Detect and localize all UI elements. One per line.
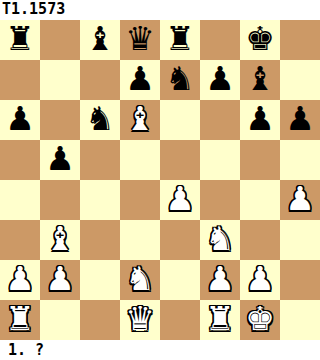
puzzle-title: T1.1573 xyxy=(0,0,320,20)
square-h8[interactable] xyxy=(280,20,320,60)
square-f2[interactable]: ♟ xyxy=(200,260,240,300)
square-c4[interactable] xyxy=(80,180,120,220)
square-d1[interactable]: ♛ xyxy=(120,300,160,340)
square-c8[interactable]: ♝ xyxy=(80,20,120,60)
square-c7[interactable] xyxy=(80,60,120,100)
square-f6[interactable] xyxy=(200,100,240,140)
square-e4[interactable]: ♟ xyxy=(160,180,200,220)
square-f5[interactable] xyxy=(200,140,240,180)
black-knight-c6: ♞ xyxy=(85,99,115,139)
white-pawn-h4: ♟ xyxy=(285,179,315,219)
white-king-g1: ♚ xyxy=(245,299,275,339)
white-rook-a1: ♜ xyxy=(5,299,35,339)
square-h4[interactable]: ♟ xyxy=(280,180,320,220)
chess-board: ♜♝♛♜♚♟♞♟♝♟♞♝♟♟♟♟♟♝♞♟♟♞♟♟♜♛♜♚ xyxy=(0,20,320,340)
square-a6[interactable]: ♟ xyxy=(0,100,40,140)
square-f4[interactable] xyxy=(200,180,240,220)
black-pawn-g6: ♟ xyxy=(245,99,275,139)
square-h3[interactable] xyxy=(280,220,320,260)
square-e7[interactable]: ♞ xyxy=(160,60,200,100)
black-knight-e7: ♞ xyxy=(165,59,195,99)
black-king-g8: ♚ xyxy=(245,19,275,59)
square-f1[interactable]: ♜ xyxy=(200,300,240,340)
square-f3[interactable]: ♞ xyxy=(200,220,240,260)
square-c5[interactable] xyxy=(80,140,120,180)
black-pawn-d7: ♟ xyxy=(125,59,155,99)
square-a5[interactable] xyxy=(0,140,40,180)
white-queen-d1: ♛ xyxy=(125,299,155,339)
square-a7[interactable] xyxy=(0,60,40,100)
square-e6[interactable] xyxy=(160,100,200,140)
puzzle-page: T1.1573 ♜♝♛♜♚♟♞♟♝♟♞♝♟♟♟♟♟♝♞♟♟♞♟♟♜♛♜♚ 1. … xyxy=(0,0,320,360)
black-rook-a8: ♜ xyxy=(5,19,35,59)
square-h6[interactable]: ♟ xyxy=(280,100,320,140)
square-b7[interactable] xyxy=(40,60,80,100)
white-bishop-b3: ♝ xyxy=(45,219,75,259)
square-c2[interactable] xyxy=(80,260,120,300)
square-b1[interactable] xyxy=(40,300,80,340)
square-d7[interactable]: ♟ xyxy=(120,60,160,100)
black-pawn-f7: ♟ xyxy=(205,59,235,99)
square-b8[interactable] xyxy=(40,20,80,60)
black-bishop-g7: ♝ xyxy=(245,59,275,99)
square-e5[interactable] xyxy=(160,140,200,180)
square-e1[interactable] xyxy=(160,300,200,340)
white-pawn-a2: ♟ xyxy=(5,259,35,299)
square-g5[interactable] xyxy=(240,140,280,180)
white-knight-f3: ♞ xyxy=(205,219,235,259)
square-c6[interactable]: ♞ xyxy=(80,100,120,140)
white-knight-d2: ♞ xyxy=(125,259,155,299)
square-d4[interactable] xyxy=(120,180,160,220)
square-f8[interactable] xyxy=(200,20,240,60)
square-e3[interactable] xyxy=(160,220,200,260)
square-d6[interactable]: ♝ xyxy=(120,100,160,140)
square-e2[interactable] xyxy=(160,260,200,300)
square-a3[interactable] xyxy=(0,220,40,260)
square-g7[interactable]: ♝ xyxy=(240,60,280,100)
square-b6[interactable] xyxy=(40,100,80,140)
square-d3[interactable] xyxy=(120,220,160,260)
white-pawn-b2: ♟ xyxy=(45,259,75,299)
square-h1[interactable] xyxy=(280,300,320,340)
square-h2[interactable] xyxy=(280,260,320,300)
square-g3[interactable] xyxy=(240,220,280,260)
black-pawn-h6: ♟ xyxy=(285,99,315,139)
white-bishop-d6: ♝ xyxy=(125,99,155,139)
black-queen-d8: ♛ xyxy=(125,19,155,59)
square-a8[interactable]: ♜ xyxy=(0,20,40,60)
square-d8[interactable]: ♛ xyxy=(120,20,160,60)
square-a4[interactable] xyxy=(0,180,40,220)
square-c3[interactable] xyxy=(80,220,120,260)
square-b2[interactable]: ♟ xyxy=(40,260,80,300)
square-g8[interactable]: ♚ xyxy=(240,20,280,60)
black-pawn-a6: ♟ xyxy=(5,99,35,139)
square-d5[interactable] xyxy=(120,140,160,180)
white-rook-f1: ♜ xyxy=(205,299,235,339)
square-a1[interactable]: ♜ xyxy=(0,300,40,340)
black-pawn-b5: ♟ xyxy=(45,139,75,179)
square-b5[interactable]: ♟ xyxy=(40,140,80,180)
square-d2[interactable]: ♞ xyxy=(120,260,160,300)
square-a2[interactable]: ♟ xyxy=(0,260,40,300)
white-pawn-g2: ♟ xyxy=(245,259,275,299)
square-e8[interactable]: ♜ xyxy=(160,20,200,60)
square-f7[interactable]: ♟ xyxy=(200,60,240,100)
square-g2[interactable]: ♟ xyxy=(240,260,280,300)
black-bishop-c8: ♝ xyxy=(85,19,115,59)
white-pawn-f2: ♟ xyxy=(205,259,235,299)
white-pawn-e4: ♟ xyxy=(165,179,195,219)
square-g1[interactable]: ♚ xyxy=(240,300,280,340)
move-prompt: 1. ? xyxy=(0,340,320,360)
square-b3[interactable]: ♝ xyxy=(40,220,80,260)
square-g4[interactable] xyxy=(240,180,280,220)
square-b4[interactable] xyxy=(40,180,80,220)
square-h7[interactable] xyxy=(280,60,320,100)
square-h5[interactable] xyxy=(280,140,320,180)
square-g6[interactable]: ♟ xyxy=(240,100,280,140)
square-c1[interactable] xyxy=(80,300,120,340)
black-rook-e8: ♜ xyxy=(165,19,195,59)
